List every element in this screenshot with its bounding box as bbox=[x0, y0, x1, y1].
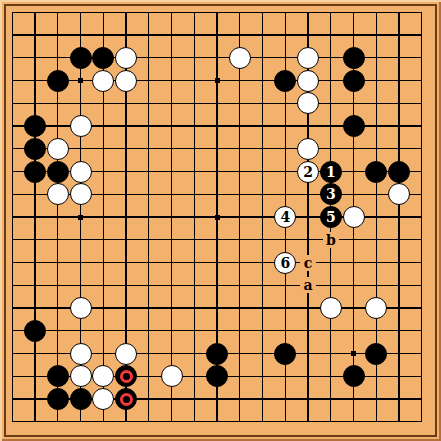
black-stone[interactable] bbox=[47, 388, 69, 410]
black-stone[interactable] bbox=[24, 320, 46, 342]
grid-line bbox=[12, 330, 422, 331]
grid-line bbox=[12, 421, 422, 422]
black-stone[interactable] bbox=[92, 47, 114, 69]
black-stone[interactable] bbox=[70, 388, 92, 410]
white-stone[interactable] bbox=[70, 115, 92, 137]
grid-line bbox=[239, 12, 240, 422]
label-c[interactable]: c bbox=[300, 255, 316, 271]
white-stone[interactable] bbox=[70, 161, 92, 183]
grid-line bbox=[12, 262, 422, 263]
black-stone[interactable] bbox=[70, 47, 92, 69]
label-b[interactable]: b bbox=[323, 232, 339, 248]
white-stone[interactable] bbox=[297, 47, 319, 69]
white-stone[interactable] bbox=[343, 206, 365, 228]
white-stone[interactable] bbox=[70, 297, 92, 319]
star-point bbox=[215, 78, 220, 83]
star-point bbox=[215, 215, 220, 220]
white-stone[interactable] bbox=[297, 138, 319, 160]
white-stone[interactable] bbox=[297, 70, 319, 92]
white-stone[interactable] bbox=[115, 47, 137, 69]
white-stone[interactable] bbox=[115, 343, 137, 365]
black-stone[interactable] bbox=[343, 365, 365, 387]
black-stone-move-5[interactable]: 5 bbox=[320, 206, 342, 228]
white-stone[interactable] bbox=[70, 365, 92, 387]
black-stone[interactable] bbox=[343, 47, 365, 69]
grid-line bbox=[12, 285, 422, 286]
black-stone[interactable] bbox=[206, 343, 228, 365]
white-stone[interactable] bbox=[320, 297, 342, 319]
black-stone[interactable] bbox=[365, 161, 387, 183]
circle-mark bbox=[120, 393, 133, 406]
black-stone-move-1[interactable]: 1 bbox=[320, 161, 342, 183]
star-point bbox=[78, 215, 83, 220]
star-point bbox=[78, 78, 83, 83]
grid-line bbox=[421, 12, 422, 422]
black-stone[interactable] bbox=[274, 343, 296, 365]
circle-mark bbox=[120, 370, 133, 383]
white-stone-move-2[interactable]: 2 bbox=[297, 161, 319, 183]
black-stone[interactable] bbox=[365, 343, 387, 365]
black-stone[interactable] bbox=[47, 365, 69, 387]
black-stone[interactable] bbox=[343, 115, 365, 137]
white-stone[interactable] bbox=[47, 138, 69, 160]
black-stone[interactable] bbox=[24, 161, 46, 183]
white-stone-move-6[interactable]: 6 bbox=[274, 252, 296, 274]
grid-line bbox=[12, 239, 422, 240]
white-stone[interactable] bbox=[229, 47, 251, 69]
black-stone[interactable] bbox=[274, 70, 296, 92]
black-stone[interactable] bbox=[47, 161, 69, 183]
white-stone[interactable] bbox=[161, 365, 183, 387]
grid-line bbox=[398, 12, 399, 422]
white-stone[interactable] bbox=[70, 343, 92, 365]
black-stone[interactable] bbox=[47, 70, 69, 92]
black-stone[interactable] bbox=[24, 138, 46, 160]
go-board: bca213456 bbox=[0, 0, 441, 441]
grid-line bbox=[262, 12, 263, 422]
star-point bbox=[351, 351, 356, 356]
black-stone[interactable] bbox=[24, 115, 46, 137]
black-stone[interactable] bbox=[388, 161, 410, 183]
white-stone[interactable] bbox=[92, 70, 114, 92]
black-stone[interactable] bbox=[343, 70, 365, 92]
label-a[interactable]: a bbox=[300, 277, 316, 293]
white-stone[interactable] bbox=[47, 183, 69, 205]
black-stone-move-3[interactable]: 3 bbox=[320, 183, 342, 205]
white-stone[interactable] bbox=[70, 183, 92, 205]
white-stone[interactable] bbox=[115, 70, 137, 92]
